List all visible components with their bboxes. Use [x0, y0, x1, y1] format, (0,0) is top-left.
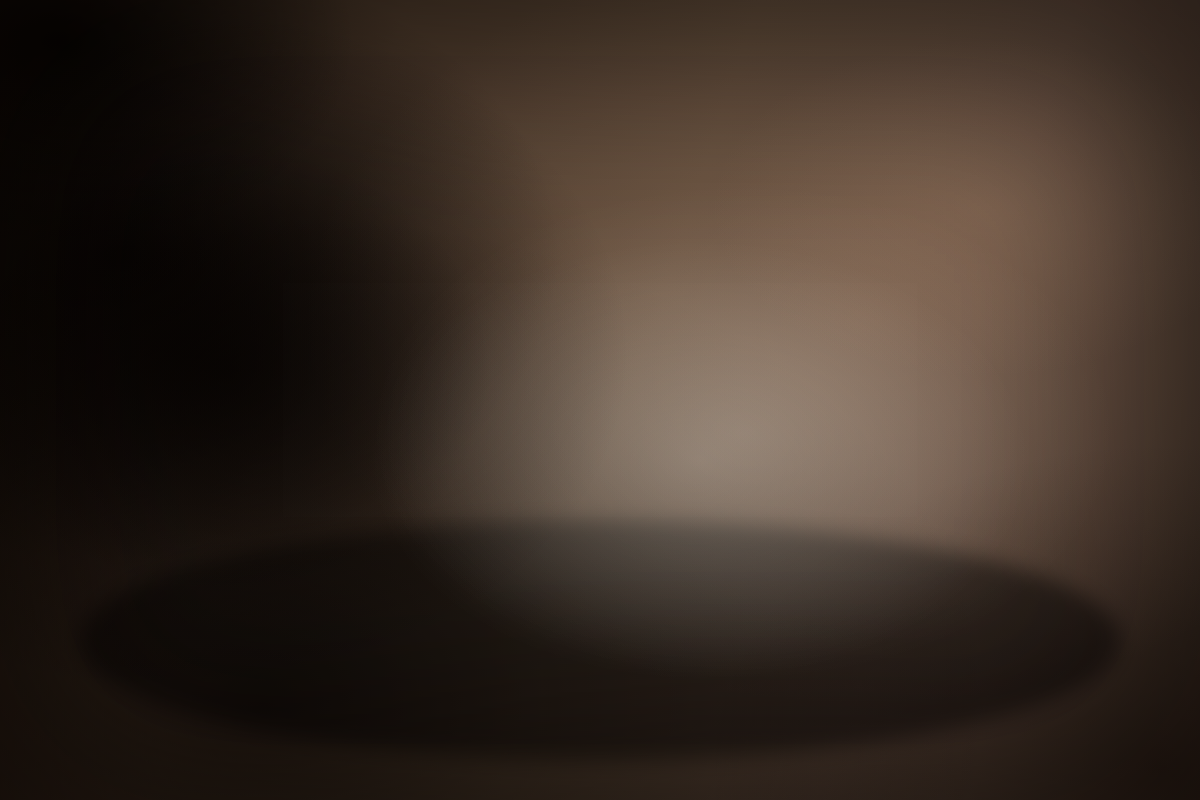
map-shaped-chessboard: [0, 0, 1200, 800]
board-highlight-centre: [370, 240, 1030, 680]
chess-scene: [0, 0, 1200, 800]
